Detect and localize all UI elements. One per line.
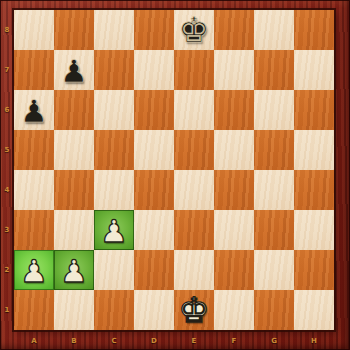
rank-label-3: 3 bbox=[0, 210, 14, 250]
square-h6[interactable] bbox=[294, 90, 334, 130]
square-e4[interactable] bbox=[174, 170, 214, 210]
rank-label-5: 5 bbox=[0, 130, 14, 170]
white-pawn-b2[interactable]: ♟ bbox=[54, 250, 94, 290]
square-h7[interactable] bbox=[294, 50, 334, 90]
square-c8[interactable] bbox=[94, 10, 134, 50]
square-g4[interactable] bbox=[254, 170, 294, 210]
square-d7[interactable] bbox=[134, 50, 174, 90]
square-a3[interactable] bbox=[14, 210, 54, 250]
chess-board-window: ♚♟♟♟♟♟♚ 87654321ABCDEFGH bbox=[0, 0, 350, 350]
file-label-g: G bbox=[254, 331, 294, 350]
square-f8[interactable] bbox=[214, 10, 254, 50]
square-f2[interactable] bbox=[214, 250, 254, 290]
file-label-c: C bbox=[94, 331, 134, 350]
square-b6[interactable] bbox=[54, 90, 94, 130]
black-king-e8[interactable]: ♚ bbox=[174, 10, 214, 50]
square-f6[interactable] bbox=[214, 90, 254, 130]
square-d8[interactable] bbox=[134, 10, 174, 50]
square-a1[interactable] bbox=[14, 290, 54, 330]
rank-label-8: 8 bbox=[0, 10, 14, 50]
square-a2[interactable]: ♟ bbox=[14, 250, 54, 290]
square-g7[interactable] bbox=[254, 50, 294, 90]
square-g3[interactable] bbox=[254, 210, 294, 250]
square-d5[interactable] bbox=[134, 130, 174, 170]
square-b7[interactable]: ♟ bbox=[54, 50, 94, 90]
square-f7[interactable] bbox=[214, 50, 254, 90]
file-label-h: H bbox=[294, 331, 334, 350]
file-label-a: A bbox=[14, 331, 54, 350]
black-pawn-a6[interactable]: ♟ bbox=[14, 90, 54, 130]
rank-label-2: 2 bbox=[0, 250, 14, 290]
square-e3[interactable] bbox=[174, 210, 214, 250]
rank-label-7: 7 bbox=[0, 50, 14, 90]
square-f4[interactable] bbox=[214, 170, 254, 210]
square-c2[interactable] bbox=[94, 250, 134, 290]
square-a5[interactable] bbox=[14, 130, 54, 170]
square-h3[interactable] bbox=[294, 210, 334, 250]
square-c5[interactable] bbox=[94, 130, 134, 170]
square-b1[interactable] bbox=[54, 290, 94, 330]
square-h8[interactable] bbox=[294, 10, 334, 50]
square-a6[interactable]: ♟ bbox=[14, 90, 54, 130]
square-h5[interactable] bbox=[294, 130, 334, 170]
square-d1[interactable] bbox=[134, 290, 174, 330]
white-pawn-a2[interactable]: ♟ bbox=[14, 250, 54, 290]
square-a4[interactable] bbox=[14, 170, 54, 210]
black-pawn-b7[interactable]: ♟ bbox=[54, 50, 94, 90]
square-f3[interactable] bbox=[214, 210, 254, 250]
square-h4[interactable] bbox=[294, 170, 334, 210]
square-d6[interactable] bbox=[134, 90, 174, 130]
square-f5[interactable] bbox=[214, 130, 254, 170]
square-g6[interactable] bbox=[254, 90, 294, 130]
square-d4[interactable] bbox=[134, 170, 174, 210]
file-label-d: D bbox=[134, 331, 174, 350]
square-d3[interactable] bbox=[134, 210, 174, 250]
square-b4[interactable] bbox=[54, 170, 94, 210]
square-f1[interactable] bbox=[214, 290, 254, 330]
square-a7[interactable] bbox=[14, 50, 54, 90]
square-c7[interactable] bbox=[94, 50, 134, 90]
square-c4[interactable] bbox=[94, 170, 134, 210]
square-c1[interactable] bbox=[94, 290, 134, 330]
square-e5[interactable] bbox=[174, 130, 214, 170]
square-d2[interactable] bbox=[134, 250, 174, 290]
square-g2[interactable] bbox=[254, 250, 294, 290]
square-g5[interactable] bbox=[254, 130, 294, 170]
file-label-b: B bbox=[54, 331, 94, 350]
square-c6[interactable] bbox=[94, 90, 134, 130]
square-g8[interactable] bbox=[254, 10, 294, 50]
rank-label-4: 4 bbox=[0, 170, 14, 210]
white-pawn-c3[interactable]: ♟ bbox=[94, 210, 134, 250]
square-e8[interactable]: ♚ bbox=[174, 10, 214, 50]
square-h1[interactable] bbox=[294, 290, 334, 330]
square-e2[interactable] bbox=[174, 250, 214, 290]
square-b8[interactable] bbox=[54, 10, 94, 50]
white-king-e1[interactable]: ♚ bbox=[174, 290, 214, 330]
square-h2[interactable] bbox=[294, 250, 334, 290]
square-b2[interactable]: ♟ bbox=[54, 250, 94, 290]
file-label-e: E bbox=[174, 331, 214, 350]
rank-label-1: 1 bbox=[0, 290, 14, 330]
square-e1[interactable]: ♚ bbox=[174, 290, 214, 330]
square-a8[interactable] bbox=[14, 10, 54, 50]
square-b5[interactable] bbox=[54, 130, 94, 170]
square-e6[interactable] bbox=[174, 90, 214, 130]
file-label-f: F bbox=[214, 331, 254, 350]
square-e7[interactable] bbox=[174, 50, 214, 90]
rank-label-6: 6 bbox=[0, 90, 14, 130]
square-g1[interactable] bbox=[254, 290, 294, 330]
chess-board[interactable]: ♚♟♟♟♟♟♚ bbox=[14, 10, 334, 330]
square-c3[interactable]: ♟ bbox=[94, 210, 134, 250]
square-b3[interactable] bbox=[54, 210, 94, 250]
